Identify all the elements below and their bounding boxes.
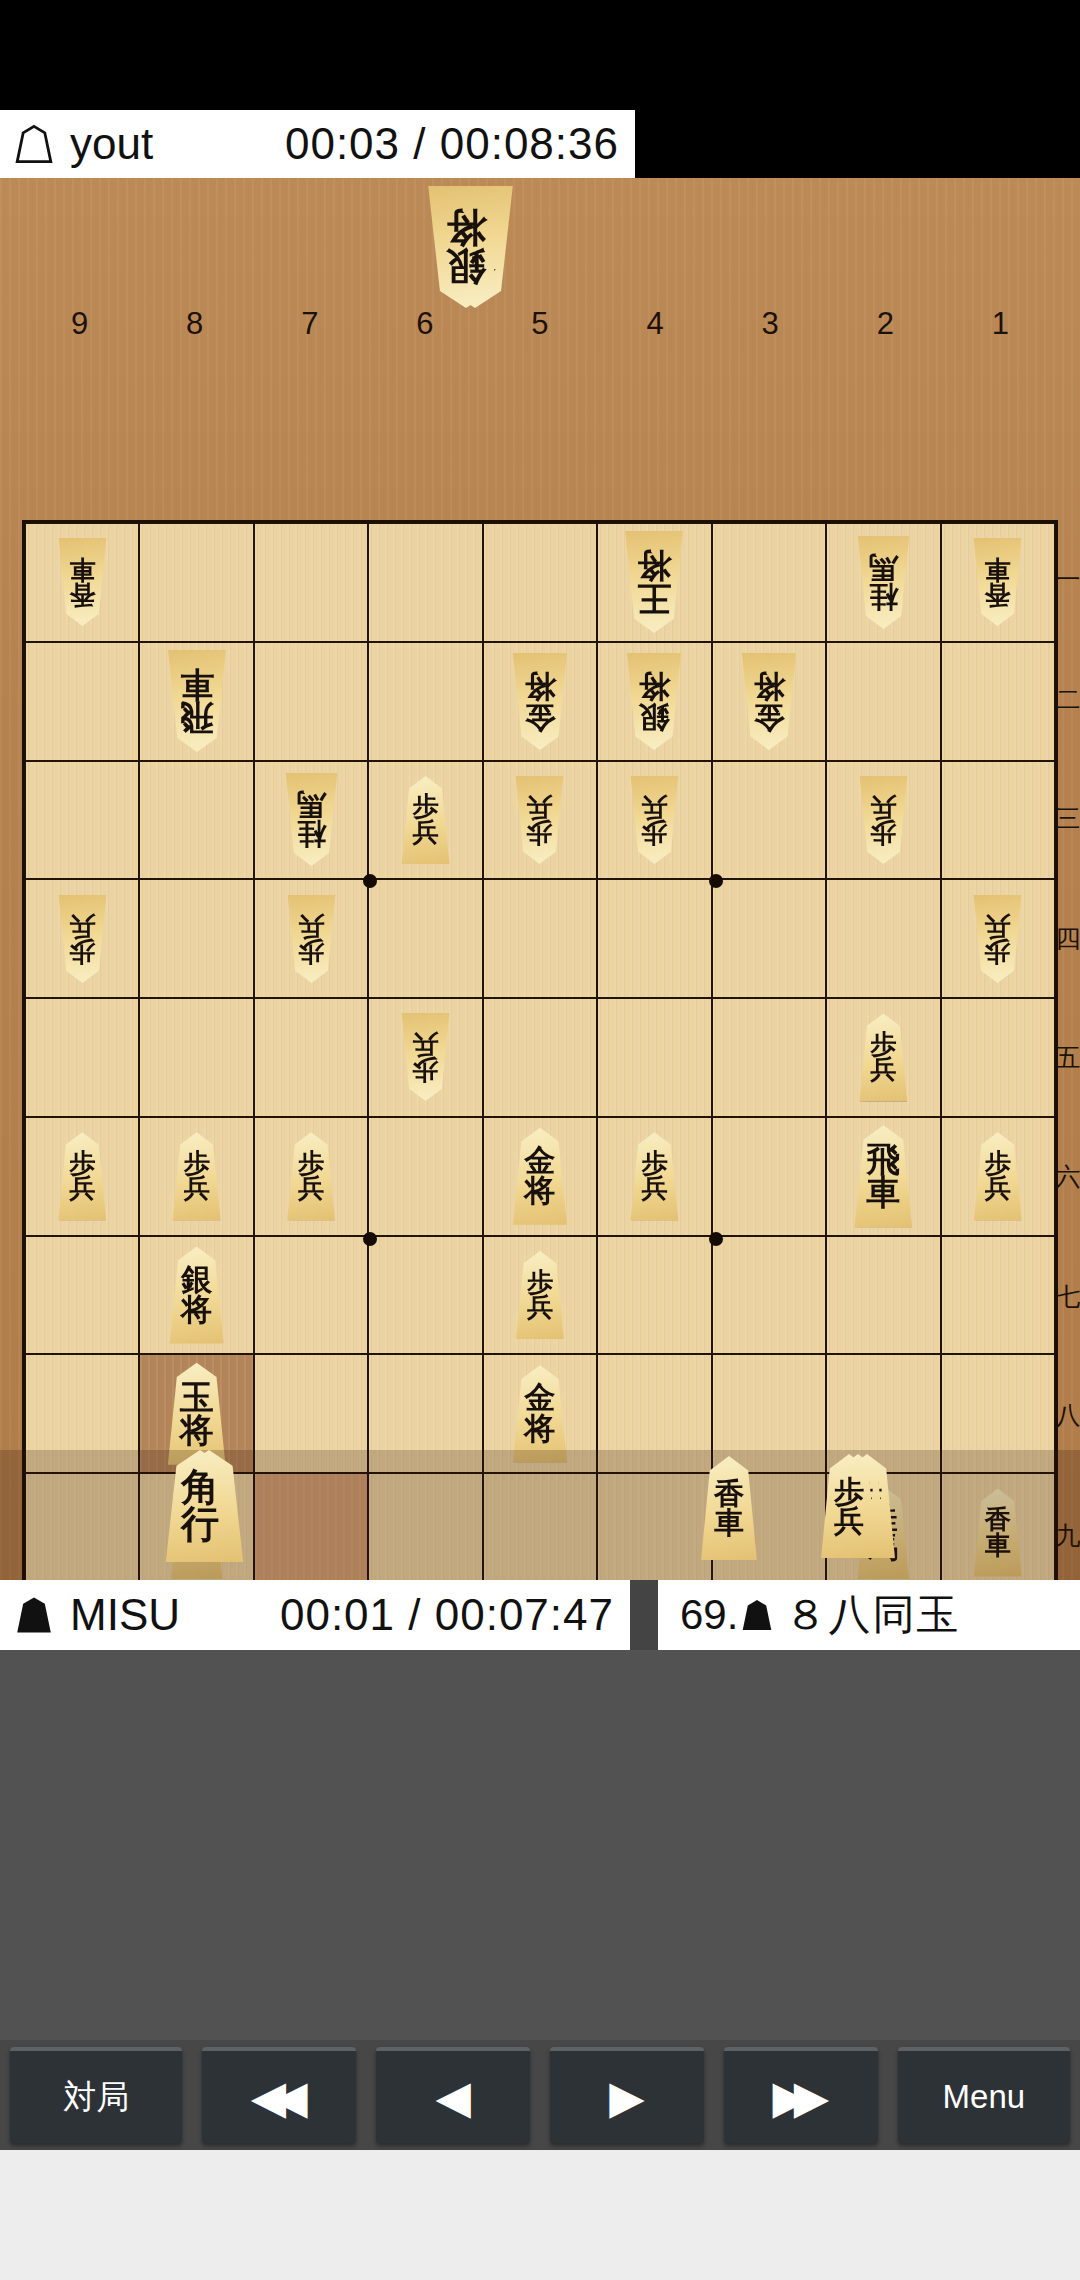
square-4-一[interactable]: 王将 <box>597 523 711 642</box>
piece-sente-歩兵[interactable]: 歩兵 <box>513 1251 566 1339</box>
gote-hand-tray[interactable]: 銀将銀将 <box>424 186 534 312</box>
square-4-五[interactable] <box>597 998 711 1117</box>
piece-sente-歩兵[interactable]: 歩兵 <box>56 1132 109 1220</box>
square-6-七[interactable] <box>368 1236 482 1355</box>
piece-gote-桂馬[interactable]: 桂馬 <box>855 536 912 629</box>
hoshi-dot-2 <box>709 874 723 888</box>
shogi-board: 香車王将桂馬香車飛車金将銀将金将桂馬歩兵歩兵歩兵歩兵歩兵歩兵歩兵歩兵歩兵歩兵歩兵… <box>22 520 1058 1595</box>
piece-gote-香車[interactable]: 香車 <box>971 538 1024 626</box>
square-7-五[interactable] <box>254 998 368 1117</box>
sente-player-name: MISU <box>70 1590 180 1640</box>
piece-gote-歩兵[interactable]: 歩兵 <box>513 776 566 864</box>
piece-sente-歩兵[interactable]: 歩兵 <box>170 1132 223 1220</box>
piece-sente-金将[interactable]: 金将 <box>510 1128 570 1225</box>
toolbar-button-rewind-start[interactable]: ◀◀ <box>202 2047 356 2143</box>
square-7-二[interactable] <box>254 642 368 761</box>
piece-sente-金将[interactable]: 金将 <box>510 1365 570 1462</box>
piece-gote-王将[interactable]: 王将 <box>622 531 686 633</box>
piece-sente-歩兵[interactable]: 歩兵 <box>628 1132 681 1220</box>
sente-player-clock: 00:01 / 00:07:47 <box>280 1590 614 1640</box>
rank-labels: 一二三四五六七八九 <box>1056 520 1080 1595</box>
square-3-六[interactable] <box>712 1117 826 1236</box>
square-2-六[interactable]: 飛車 <box>826 1117 940 1236</box>
hoshi-dot-4 <box>709 1232 723 1246</box>
toolbar: 対局◀◀◀▶▶▶Menu <box>0 2040 1080 2150</box>
rewind-start-icon: ◀◀ <box>251 2074 308 2120</box>
square-5-四[interactable] <box>483 879 597 998</box>
square-5-六[interactable]: 金将 <box>483 1117 597 1236</box>
square-1-五[interactable] <box>941 998 1055 1117</box>
square-9-一[interactable]: 香車 <box>25 523 139 642</box>
file-label-2: 2 <box>828 306 943 342</box>
piece-sente-歩兵[interactable]: 歩兵 <box>399 776 452 864</box>
square-7-七[interactable] <box>254 1236 368 1355</box>
rank-label-四: 四 <box>1056 878 1080 997</box>
step-forward-icon: ▶ <box>609 2074 644 2120</box>
square-5-七[interactable]: 歩兵 <box>483 1236 597 1355</box>
file-label-5: 5 <box>482 306 597 342</box>
square-1-一[interactable]: 香車 <box>941 523 1055 642</box>
square-6-一[interactable] <box>368 523 482 642</box>
square-3-二[interactable]: 金将 <box>712 642 826 761</box>
piece-gote-金将[interactable]: 金将 <box>510 653 570 750</box>
square-9-二[interactable] <box>25 642 139 761</box>
piece-gote-歩兵[interactable]: 歩兵 <box>399 1013 452 1101</box>
square-9-七[interactable] <box>25 1236 139 1355</box>
sente-player-box: MISU 00:01 / 00:07:47 <box>0 1580 630 1650</box>
square-4-三[interactable]: 歩兵 <box>597 761 711 880</box>
status-bar <box>0 0 1080 110</box>
file-label-8: 8 <box>137 306 252 342</box>
square-5-一[interactable] <box>483 523 597 642</box>
file-label-4: 4 <box>598 306 713 342</box>
piece-sente-歩兵[interactable]: 歩兵 <box>285 1132 338 1220</box>
file-label-3: 3 <box>713 306 828 342</box>
fast-forward-icon: ▶▶ <box>772 2074 829 2120</box>
piece-gote-歩兵[interactable]: 歩兵 <box>56 895 109 983</box>
square-5-二[interactable]: 金将 <box>483 642 597 761</box>
toolbar-button-taikyoku[interactable]: 対局 <box>10 2047 182 2143</box>
square-8-二[interactable]: 飛車 <box>139 642 253 761</box>
piece-sente-銀将[interactable]: 銀将 <box>167 1247 227 1344</box>
piece-gote-桂馬[interactable]: 桂馬 <box>283 773 340 866</box>
square-2-一[interactable]: 桂馬 <box>826 523 940 642</box>
square-7-四[interactable]: 歩兵 <box>254 879 368 998</box>
hoshi-dot-1 <box>363 874 377 888</box>
file-labels: 987654321 <box>22 306 1058 342</box>
gote-piece-icon <box>14 122 54 166</box>
square-5-五[interactable] <box>483 998 597 1117</box>
square-8-五[interactable] <box>139 998 253 1117</box>
piece-gote-銀将[interactable]: 銀将 <box>624 653 684 750</box>
square-2-三[interactable]: 歩兵 <box>826 761 940 880</box>
piece-sente-歩兵[interactable]: 歩兵 <box>857 1013 910 1101</box>
square-9-四[interactable]: 歩兵 <box>25 879 139 998</box>
square-7-三[interactable]: 桂馬 <box>254 761 368 880</box>
rank-label-一: 一 <box>1056 520 1080 639</box>
square-8-四[interactable] <box>139 879 253 998</box>
hoshi-dot-3 <box>363 1232 377 1246</box>
top-player-bar: yout 00:03 / 00:08:36 <box>0 110 1080 178</box>
toolbar-button-step-back[interactable]: ◀ <box>376 2047 530 2143</box>
gote-player-box: yout 00:03 / 00:08:36 <box>0 110 635 178</box>
piece-gote-歩兵[interactable]: 歩兵 <box>971 895 1024 983</box>
square-2-七[interactable] <box>826 1236 940 1355</box>
square-6-六[interactable] <box>368 1117 482 1236</box>
step-back-icon: ◀ <box>435 2074 470 2120</box>
square-6-三[interactable]: 歩兵 <box>368 761 482 880</box>
file-label-1: 1 <box>943 306 1058 342</box>
rank-label-五: 五 <box>1056 998 1080 1117</box>
rank-label-三: 三 <box>1056 759 1080 878</box>
square-2-四[interactable] <box>826 879 940 998</box>
square-8-七[interactable]: 銀将 <box>139 1236 253 1355</box>
square-1-四[interactable]: 歩兵 <box>941 879 1055 998</box>
square-1-二[interactable] <box>941 642 1055 761</box>
move-number: 69. <box>680 1591 738 1639</box>
file-label-6: 6 <box>367 306 482 342</box>
piece-gote-歩兵[interactable]: 歩兵 <box>285 895 338 983</box>
wood-background: 銀将銀将 987654321 香車王将桂馬香車飛車金将銀将金将桂馬歩兵歩兵歩兵歩… <box>0 178 1080 1580</box>
gote-player-clock: 00:03 / 00:08:36 <box>285 119 619 169</box>
sente-piece-icon <box>14 1593 54 1637</box>
square-5-三[interactable]: 歩兵 <box>483 761 597 880</box>
piece-gote-香車[interactable]: 香車 <box>56 538 109 626</box>
square-4-六[interactable]: 歩兵 <box>597 1117 711 1236</box>
square-3-五[interactable] <box>712 998 826 1117</box>
square-3-七[interactable] <box>712 1236 826 1355</box>
toolbar-button-step-forward[interactable]: ▶ <box>550 2047 704 2143</box>
square-8-一[interactable] <box>139 523 253 642</box>
square-4-二[interactable]: 銀将 <box>597 642 711 761</box>
square-2-五[interactable]: 歩兵 <box>826 998 940 1117</box>
square-7-六[interactable]: 歩兵 <box>254 1117 368 1236</box>
move-indicator: 69. ８八同玉 <box>658 1580 1080 1650</box>
gote-player-name: yout <box>70 119 153 169</box>
rank-label-七: 七 <box>1056 1237 1080 1356</box>
lower-gray-panel <box>0 1650 1080 2040</box>
square-1-七[interactable] <box>941 1236 1055 1355</box>
piece-gote-歩兵[interactable]: 歩兵 <box>857 776 910 864</box>
square-6-五[interactable]: 歩兵 <box>368 998 482 1117</box>
piece-gote-金将[interactable]: 金将 <box>739 653 799 750</box>
piece-sente-飛車[interactable]: 飛車 <box>851 1125 915 1227</box>
square-3-一[interactable] <box>712 523 826 642</box>
toolbar-button-menu[interactable]: Menu <box>898 2047 1070 2143</box>
square-1-三[interactable] <box>941 761 1055 880</box>
square-8-六[interactable]: 歩兵 <box>139 1117 253 1236</box>
rank-label-六: 六 <box>1056 1117 1080 1236</box>
toolbar-button-fast-forward[interactable]: ▶▶ <box>724 2047 878 2143</box>
sente-hand-tray <box>0 1450 1080 1580</box>
square-8-三[interactable] <box>139 761 253 880</box>
square-4-七[interactable] <box>597 1236 711 1355</box>
square-6-四[interactable] <box>368 879 482 998</box>
piece-gote-飛車[interactable]: 飛車 <box>165 650 229 752</box>
piece-gote-歩兵[interactable]: 歩兵 <box>628 776 681 864</box>
rank-label-二: 二 <box>1056 639 1080 758</box>
footer-strip <box>0 2150 1080 2280</box>
square-7-一[interactable] <box>254 523 368 642</box>
square-9-三[interactable] <box>25 761 139 880</box>
square-2-二[interactable] <box>826 642 940 761</box>
bar-gap <box>630 1580 658 1650</box>
square-9-六[interactable]: 歩兵 <box>25 1117 139 1236</box>
square-6-二[interactable] <box>368 642 482 761</box>
square-1-六[interactable]: 歩兵 <box>941 1117 1055 1236</box>
square-3-三[interactable] <box>712 761 826 880</box>
square-4-四[interactable] <box>597 879 711 998</box>
move-text: ８八同玉 <box>784 1587 960 1643</box>
sente-move-icon <box>740 1595 774 1635</box>
square-3-四[interactable] <box>712 879 826 998</box>
bottom-bars: MISU 00:01 / 00:07:47 69. ８八同玉 <box>0 1580 1080 1650</box>
file-label-7: 7 <box>252 306 367 342</box>
file-label-9: 9 <box>22 306 137 342</box>
piece-sente-歩兵[interactable]: 歩兵 <box>971 1132 1024 1220</box>
square-9-五[interactable] <box>25 998 139 1117</box>
